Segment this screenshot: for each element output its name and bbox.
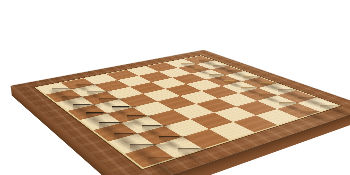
square-e6[interactable] [133, 101, 173, 116]
square-g3[interactable] [236, 100, 277, 115]
square-h4[interactable] [233, 115, 277, 132]
square-g4[interactable] [214, 106, 256, 122]
square-f7[interactable] [122, 116, 165, 133]
square-h1[interactable] [297, 97, 338, 111]
square-g8[interactable] [108, 133, 155, 153]
square-g6[interactable] [165, 119, 209, 137]
square-f8[interactable] [93, 122, 137, 140]
chess-board: ♜♞♝♛♚♝♞♜♟♟♟♟♟♟♟♟♟♟♟♟♟♟♟♟♜♞♝♛♚♝♞♜ [11, 50, 350, 175]
square-f4[interactable] [196, 98, 236, 112]
square-e5[interactable] [157, 96, 196, 110]
square-h6[interactable] [183, 129, 230, 149]
square-h7[interactable] [155, 136, 203, 157]
square-f5[interactable] [173, 103, 214, 118]
square-h3[interactable] [256, 108, 299, 124]
square-g5[interactable] [190, 112, 233, 129]
square-e7[interactable] [107, 107, 148, 123]
square-d8[interactable] [68, 104, 108, 119]
square-g7[interactable] [137, 125, 182, 144]
square-d7[interactable] [94, 99, 133, 113]
square-e8[interactable] [80, 113, 122, 130]
square-h2[interactable] [277, 103, 319, 118]
square-c8[interactable] [56, 96, 94, 110]
chess-set-photo: ♜♞♝♛♚♝♞♜♟♟♟♟♟♟♟♟♟♟♟♟♟♟♟♟♜♞♝♛♚♝♞♜ [0, 0, 350, 175]
square-f6[interactable] [148, 109, 190, 125]
square-h5[interactable] [209, 121, 254, 139]
square-h8[interactable] [125, 144, 174, 167]
board-frame [11, 50, 350, 175]
square-g2[interactable] [257, 95, 297, 109]
